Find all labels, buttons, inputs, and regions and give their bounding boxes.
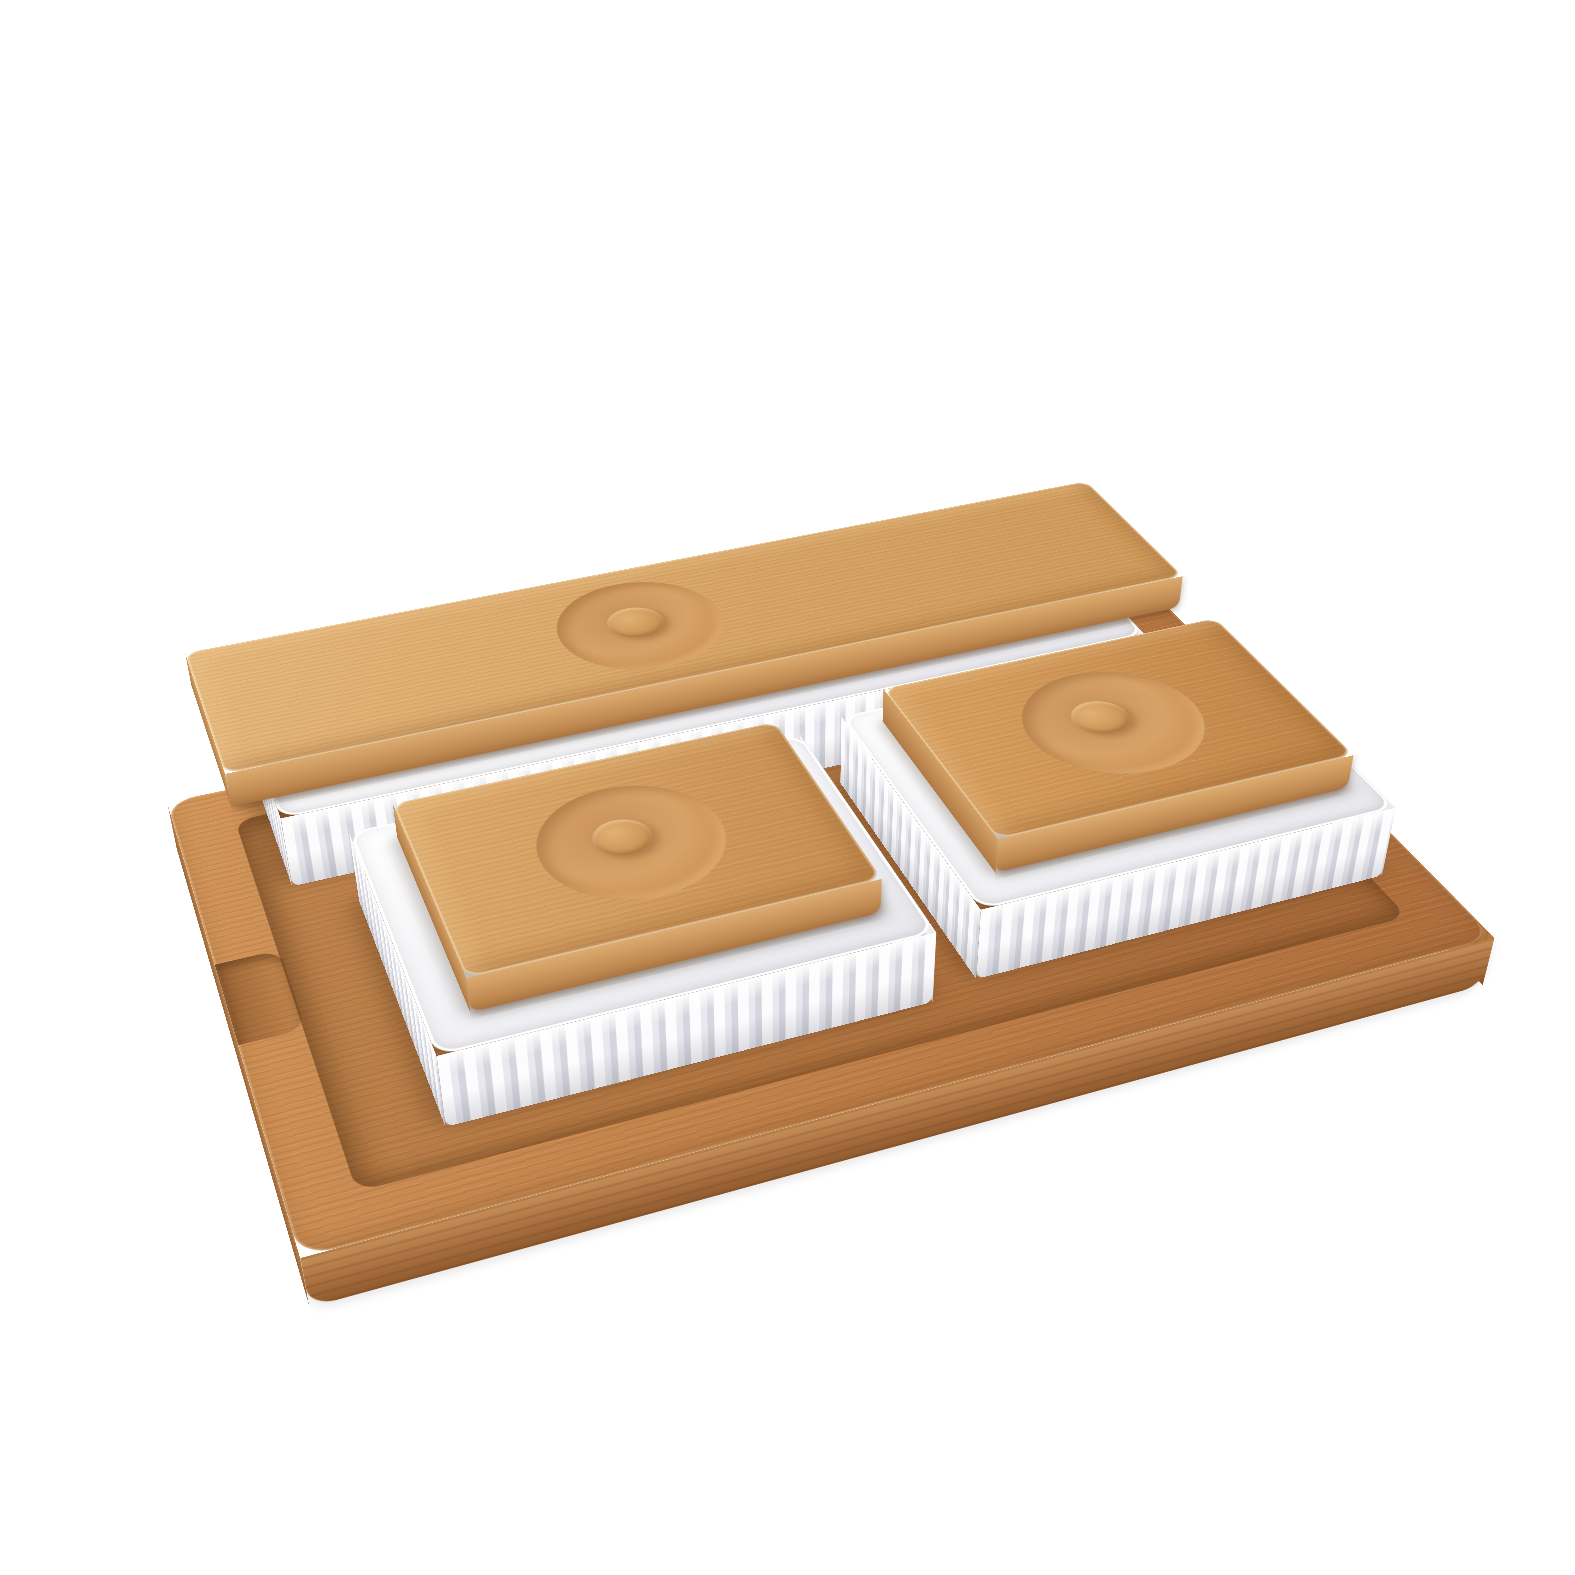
left-lid-knob bbox=[585, 814, 661, 860]
left-lid-dimple bbox=[514, 770, 753, 917]
back-lid-dimple bbox=[537, 570, 747, 683]
right-lid-dimple bbox=[992, 658, 1238, 789]
product-photo: Wooden serving tray holding three white … bbox=[0, 0, 1575, 1575]
back-lid-knob bbox=[600, 603, 671, 641]
stage bbox=[116, 572, 1550, 1367]
right-lid-knob bbox=[1061, 697, 1139, 739]
photo-caption: Wooden serving tray holding three white … bbox=[0, 0, 1, 1]
